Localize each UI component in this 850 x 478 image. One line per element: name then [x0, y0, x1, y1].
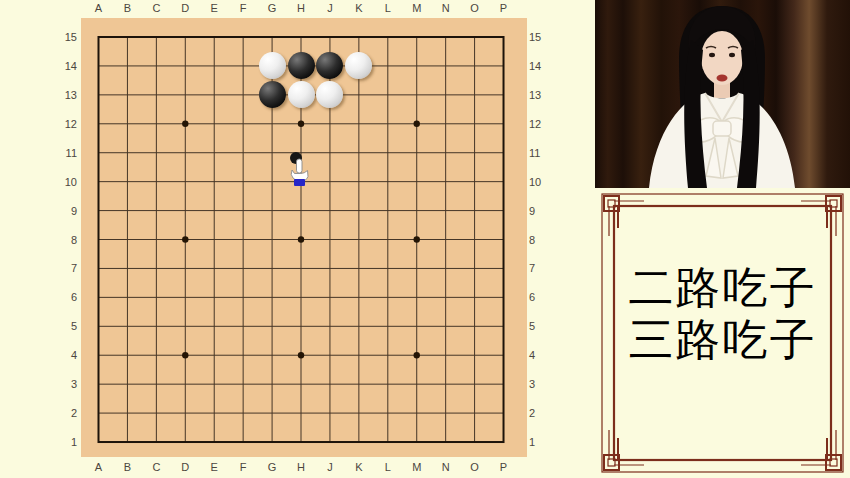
caption-panel: 二路吃子 三路吃子	[595, 188, 850, 478]
coord-label: 11	[529, 147, 553, 159]
coord-label: E	[202, 2, 226, 14]
coord-label: H	[289, 2, 313, 14]
coord-label: D	[173, 2, 197, 14]
coord-label: J	[318, 461, 342, 473]
coord-label: 14	[53, 60, 77, 72]
coord-label: N	[434, 461, 458, 473]
coord-label: 12	[529, 118, 553, 130]
coord-label: 15	[53, 31, 77, 43]
coord-label: B	[115, 2, 139, 14]
coord-label: 10	[529, 176, 553, 188]
coord-label: 7	[53, 262, 77, 274]
coord-label: H	[289, 461, 313, 473]
coord-label: P	[492, 2, 516, 14]
coord-label: O	[463, 461, 487, 473]
presenter-video	[595, 0, 850, 188]
coord-label: 3	[53, 378, 77, 390]
coord-label: 15	[529, 31, 553, 43]
coord-label: G	[260, 461, 284, 473]
coord-label: F	[231, 461, 255, 473]
go-stone-white-G14[interactable]	[259, 52, 286, 79]
coord-label: 1	[53, 436, 77, 448]
coord-label: A	[87, 2, 111, 14]
coord-label: 5	[53, 320, 77, 332]
coord-label: 4	[53, 349, 77, 361]
coord-label: F	[231, 2, 255, 14]
coord-label: A	[87, 461, 111, 473]
coord-label: E	[202, 461, 226, 473]
coord-label: 10	[53, 176, 77, 188]
coord-label: 13	[53, 89, 77, 101]
coord-label: 8	[53, 234, 77, 246]
coord-label: C	[144, 2, 168, 14]
coord-label: P	[492, 461, 516, 473]
coord-label: C	[144, 461, 168, 473]
lesson-title: 二路吃子 三路吃子	[595, 262, 850, 366]
coord-label: 7	[529, 262, 553, 274]
coord-label: 6	[529, 291, 553, 303]
coord-label: J	[318, 2, 342, 14]
coord-label: 1	[529, 436, 553, 448]
coord-label: 6	[53, 291, 77, 303]
coord-label: G	[260, 2, 284, 14]
coord-label: 3	[529, 378, 553, 390]
coord-label: L	[376, 461, 400, 473]
coord-label: 5	[529, 320, 553, 332]
lesson-title-line2: 三路吃子	[595, 314, 850, 366]
coord-label: N	[434, 2, 458, 14]
coord-label: B	[115, 461, 139, 473]
coord-label: 2	[53, 407, 77, 419]
app-screen: AABBCCDDEEFFGGHHJJKKLLMMNNOOPP1515141413…	[0, 0, 850, 478]
coord-label: 13	[529, 89, 553, 101]
lesson-title-line1: 二路吃子	[595, 262, 850, 314]
coord-label: M	[405, 2, 429, 14]
coord-label: 9	[53, 205, 77, 217]
coord-label: D	[173, 461, 197, 473]
coord-label: 4	[529, 349, 553, 361]
presenter-figure	[595, 0, 850, 188]
coord-label: M	[405, 461, 429, 473]
coord-label: K	[347, 2, 371, 14]
go-stone-black-H14[interactable]	[288, 52, 315, 79]
coord-label: K	[347, 461, 371, 473]
coord-label: L	[376, 2, 400, 14]
go-stone-white-H13[interactable]	[288, 81, 315, 108]
coord-label: 8	[529, 234, 553, 246]
coord-label: 2	[529, 407, 553, 419]
coord-label: 11	[53, 147, 77, 159]
go-stone-black-G13[interactable]	[259, 81, 286, 108]
coord-label: 12	[53, 118, 77, 130]
coord-label: 14	[529, 60, 553, 72]
coord-label: 9	[529, 205, 553, 217]
coord-label: O	[463, 2, 487, 14]
